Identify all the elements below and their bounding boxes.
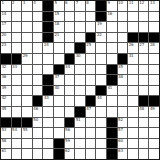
clue-number: 60 <box>118 139 123 144</box>
white-cell[interactable] <box>65 43 75 53</box>
white-cell[interactable] <box>43 118 53 128</box>
white-cell[interactable] <box>149 86 159 96</box>
clue-number: 2 <box>12 1 14 6</box>
clue-number: 28 <box>150 43 155 48</box>
black-cell <box>65 118 75 128</box>
clue-number: 18 <box>55 22 60 27</box>
white-cell[interactable] <box>33 22 43 32</box>
white-cell[interactable]: 12 <box>139 1 149 11</box>
black-cell <box>54 139 64 149</box>
white-cell[interactable] <box>75 149 85 159</box>
white-cell[interactable] <box>22 43 32 53</box>
white-cell[interactable] <box>75 128 85 138</box>
white-cell[interactable] <box>96 65 106 75</box>
white-cell[interactable] <box>75 75 85 85</box>
white-cell[interactable] <box>118 96 128 106</box>
white-cell[interactable] <box>54 107 64 117</box>
white-cell[interactable]: 23 <box>1 43 11 53</box>
white-cell[interactable] <box>22 96 32 106</box>
white-cell[interactable] <box>149 128 159 138</box>
white-cell[interactable]: 16 <box>107 12 117 22</box>
white-cell[interactable] <box>149 75 159 85</box>
white-cell[interactable] <box>107 22 117 32</box>
white-cell[interactable]: 38 <box>118 75 128 85</box>
white-cell[interactable]: 30 <box>75 54 85 64</box>
white-cell[interactable]: 58 <box>1 139 11 149</box>
white-cell[interactable] <box>96 128 106 138</box>
clue-number: 37 <box>55 75 60 80</box>
black-cell <box>1 54 11 64</box>
white-cell[interactable]: 13 <box>149 1 159 11</box>
clue-number: 52 <box>118 118 123 123</box>
clue-number: 44 <box>97 96 102 101</box>
white-cell[interactable] <box>128 118 138 128</box>
white-cell[interactable] <box>54 128 64 138</box>
white-cell[interactable] <box>43 149 53 159</box>
clue-number: 51 <box>76 118 81 123</box>
white-cell[interactable] <box>118 43 128 53</box>
black-cell <box>43 33 53 43</box>
white-cell[interactable] <box>12 96 22 106</box>
white-cell[interactable] <box>22 65 32 75</box>
white-cell[interactable] <box>12 33 22 43</box>
black-cell <box>107 118 117 128</box>
white-cell[interactable]: 59 <box>65 139 75 149</box>
clue-number: 13 <box>150 1 155 6</box>
clue-number: 6 <box>65 1 67 6</box>
white-cell[interactable] <box>149 22 159 32</box>
clue-number: 59 <box>65 139 70 144</box>
white-cell[interactable] <box>65 33 75 43</box>
white-cell[interactable]: 25 <box>86 43 96 53</box>
white-cell[interactable] <box>86 118 96 128</box>
black-cell <box>86 96 96 106</box>
clue-number: 49 <box>150 107 155 112</box>
white-cell[interactable]: 46 <box>33 107 43 117</box>
clue-number: 21 <box>55 33 60 38</box>
white-cell[interactable] <box>33 33 43 43</box>
black-cell <box>65 54 75 64</box>
white-cell[interactable]: 45 <box>1 107 11 117</box>
white-cell[interactable] <box>65 75 75 85</box>
black-cell <box>12 54 22 64</box>
clue-number: 62 <box>65 149 70 154</box>
white-cell[interactable]: 28 <box>149 43 159 53</box>
white-cell[interactable] <box>149 12 159 22</box>
white-cell[interactable]: 56 <box>65 128 75 138</box>
white-cell[interactable]: 15 <box>54 12 64 22</box>
black-cell <box>12 118 22 128</box>
white-cell[interactable] <box>139 54 149 64</box>
clue-number: 9 <box>108 1 110 6</box>
black-cell <box>96 1 106 11</box>
white-cell[interactable] <box>149 118 159 128</box>
white-cell[interactable] <box>86 75 96 85</box>
white-cell[interactable]: 61 <box>1 149 11 159</box>
white-cell[interactable]: 24 <box>43 43 53 53</box>
white-cell[interactable] <box>12 139 22 149</box>
white-cell[interactable] <box>22 22 32 32</box>
clue-number: 39 <box>2 86 7 91</box>
white-cell[interactable] <box>139 12 149 22</box>
black-cell <box>128 33 138 43</box>
white-cell[interactable] <box>118 86 128 96</box>
black-cell <box>43 12 53 22</box>
white-cell[interactable] <box>139 65 149 75</box>
white-cell[interactable] <box>128 107 138 117</box>
white-cell[interactable]: 62 <box>65 149 75 159</box>
white-cell[interactable] <box>86 65 96 75</box>
white-cell[interactable] <box>43 139 53 149</box>
white-cell[interactable] <box>43 107 53 117</box>
white-cell[interactable]: 43 <box>43 96 53 106</box>
clue-number: 63 <box>118 149 123 154</box>
white-cell[interactable]: 44 <box>96 96 106 106</box>
white-cell[interactable] <box>86 149 96 159</box>
white-cell[interactable] <box>128 96 138 106</box>
white-cell[interactable] <box>33 65 43 75</box>
white-cell[interactable] <box>54 43 64 53</box>
white-cell[interactable] <box>33 75 43 85</box>
clue-number: 38 <box>118 75 123 80</box>
white-cell[interactable] <box>139 118 149 128</box>
white-cell[interactable] <box>86 128 96 138</box>
black-cell <box>22 118 32 128</box>
white-cell[interactable]: 5 <box>54 1 64 11</box>
clue-number: 22 <box>97 33 102 38</box>
white-cell[interactable] <box>118 22 128 32</box>
white-cell[interactable]: 29 <box>22 54 32 64</box>
white-cell[interactable] <box>75 139 85 149</box>
white-cell[interactable]: 3 <box>22 1 32 11</box>
clue-number: 29 <box>23 54 28 59</box>
white-cell[interactable]: 9 <box>107 1 117 11</box>
white-cell[interactable] <box>12 75 22 85</box>
white-cell[interactable] <box>65 86 75 96</box>
black-cell <box>149 96 159 106</box>
clue-number: 46 <box>33 107 38 112</box>
white-cell[interactable]: 47 <box>86 107 96 117</box>
white-cell[interactable]: 2 <box>12 1 22 11</box>
black-cell <box>75 43 85 53</box>
clue-number: 20 <box>2 33 7 38</box>
white-cell[interactable]: 54 <box>12 128 22 138</box>
white-cell[interactable]: 32 <box>1 65 11 75</box>
clue-number: 61 <box>2 149 7 154</box>
white-cell[interactable]: 8 <box>86 1 96 11</box>
white-cell[interactable]: 1 <box>1 1 11 11</box>
clue-number: 5 <box>55 1 57 6</box>
white-cell[interactable] <box>139 75 149 85</box>
white-cell[interactable]: 48 <box>139 107 149 117</box>
white-cell[interactable] <box>33 128 43 138</box>
clue-number: 47 <box>86 107 91 112</box>
white-cell[interactable]: 10 <box>118 1 128 11</box>
white-cell[interactable]: 18 <box>54 22 64 32</box>
white-cell[interactable] <box>118 12 128 22</box>
white-cell[interactable] <box>139 139 149 149</box>
clue-number: 3 <box>23 1 25 6</box>
black-cell <box>43 1 53 11</box>
white-cell[interactable]: 27 <box>139 43 149 53</box>
clue-number: 1 <box>2 1 4 6</box>
white-cell[interactable] <box>75 96 85 106</box>
white-cell[interactable]: 39 <box>1 86 11 96</box>
white-cell[interactable] <box>139 86 149 96</box>
white-cell[interactable] <box>12 22 22 32</box>
clue-number: 58 <box>2 139 7 144</box>
white-cell[interactable] <box>96 54 106 64</box>
clue-number: 50 <box>33 118 38 123</box>
white-cell[interactable] <box>12 149 22 159</box>
clue-number: 23 <box>2 43 7 48</box>
white-cell[interactable] <box>128 86 138 96</box>
clue-number: 12 <box>139 1 144 6</box>
white-cell[interactable] <box>75 33 85 43</box>
black-cell <box>54 149 64 159</box>
white-cell[interactable] <box>33 12 43 22</box>
clue-number: 24 <box>44 43 49 48</box>
clue-number: 55 <box>23 128 28 133</box>
white-cell[interactable]: 42 <box>1 96 11 106</box>
clue-number: 57 <box>118 128 123 133</box>
clue-number: 16 <box>108 12 113 17</box>
white-cell[interactable]: 55 <box>22 128 32 138</box>
white-cell[interactable]: 34 <box>65 65 75 75</box>
white-cell[interactable] <box>12 86 22 96</box>
white-cell[interactable] <box>139 22 149 32</box>
white-cell[interactable] <box>139 149 149 159</box>
clue-number: 4 <box>33 1 35 6</box>
clue-number: 35 <box>118 65 123 70</box>
white-cell[interactable]: 6 <box>65 1 75 11</box>
clue-number: 56 <box>65 128 70 133</box>
white-cell[interactable] <box>12 12 22 22</box>
black-cell <box>86 33 96 43</box>
white-cell[interactable] <box>54 96 64 106</box>
white-cell[interactable] <box>118 33 128 43</box>
white-cell[interactable] <box>86 12 96 22</box>
white-cell[interactable]: 14 <box>1 12 11 22</box>
white-cell[interactable]: 7 <box>75 1 85 11</box>
clue-number: 42 <box>2 96 7 101</box>
white-cell[interactable] <box>65 107 75 117</box>
white-cell[interactable]: 57 <box>118 128 128 138</box>
white-cell[interactable] <box>128 149 138 159</box>
white-cell[interactable] <box>96 43 106 53</box>
white-cell[interactable]: 26 <box>128 43 138 53</box>
black-cell <box>43 75 53 85</box>
white-cell[interactable]: 19 <box>96 22 106 32</box>
white-cell[interactable] <box>86 139 96 149</box>
clue-number: 40 <box>55 86 60 91</box>
white-cell[interactable]: 31 <box>128 54 138 64</box>
white-cell[interactable] <box>107 107 117 117</box>
crossword-grid: 1234567891011121314151617181920212223242… <box>0 0 160 160</box>
white-cell[interactable] <box>86 22 96 32</box>
white-cell[interactable] <box>43 54 53 64</box>
clue-number: 8 <box>86 1 88 6</box>
white-cell[interactable] <box>33 149 43 159</box>
black-cell <box>139 33 149 43</box>
clue-number: 41 <box>108 86 113 91</box>
white-cell[interactable] <box>54 54 64 64</box>
clue-number: 54 <box>12 128 17 133</box>
white-cell[interactable] <box>75 22 85 32</box>
white-cell[interactable] <box>22 75 32 85</box>
white-cell[interactable]: 40 <box>54 86 64 96</box>
white-cell[interactable] <box>149 65 159 75</box>
white-cell[interactable] <box>128 128 138 138</box>
white-cell[interactable] <box>65 22 75 32</box>
white-cell[interactable] <box>43 128 53 138</box>
white-cell[interactable]: 11 <box>128 1 138 11</box>
white-cell[interactable] <box>12 107 22 117</box>
white-cell[interactable] <box>22 107 32 117</box>
clue-number: 15 <box>55 12 60 17</box>
white-cell[interactable]: 22 <box>96 33 106 43</box>
white-cell[interactable] <box>149 149 159 159</box>
black-cell <box>43 86 53 96</box>
black-cell <box>107 149 117 159</box>
black-cell <box>33 96 43 106</box>
white-cell[interactable]: 35 <box>118 65 128 75</box>
white-cell[interactable]: 33 <box>12 65 22 75</box>
white-cell[interactable] <box>128 75 138 85</box>
clue-number: 45 <box>2 107 7 112</box>
clue-number: 31 <box>129 54 134 59</box>
white-cell[interactable] <box>22 139 32 149</box>
white-cell[interactable] <box>33 86 43 96</box>
clue-number: 11 <box>129 1 134 6</box>
white-cell[interactable] <box>107 33 117 43</box>
white-cell[interactable] <box>75 86 85 96</box>
black-cell <box>149 33 159 43</box>
white-cell[interactable]: 49 <box>149 107 159 117</box>
white-cell[interactable] <box>43 65 53 75</box>
black-cell <box>75 107 85 117</box>
white-cell[interactable] <box>86 86 96 96</box>
black-cell <box>54 65 64 75</box>
white-cell[interactable] <box>86 54 96 64</box>
black-cell <box>96 86 106 96</box>
white-cell[interactable] <box>96 75 106 85</box>
black-cell <box>107 75 117 85</box>
white-cell[interactable] <box>22 33 32 43</box>
white-cell[interactable] <box>75 65 85 75</box>
white-cell[interactable] <box>22 86 32 96</box>
black-cell <box>118 54 128 64</box>
clue-number: 48 <box>139 107 144 112</box>
white-cell[interactable] <box>75 12 85 22</box>
clue-number: 43 <box>44 96 49 101</box>
white-cell[interactable] <box>107 96 117 106</box>
white-cell[interactable] <box>33 139 43 149</box>
black-cell <box>107 65 117 75</box>
white-cell[interactable] <box>33 54 43 64</box>
white-cell[interactable]: 60 <box>118 139 128 149</box>
clue-number: 19 <box>97 22 102 27</box>
white-cell[interactable] <box>128 139 138 149</box>
white-cell[interactable]: 53 <box>1 128 11 138</box>
white-cell[interactable]: 37 <box>54 75 64 85</box>
white-cell[interactable]: 41 <box>107 86 117 96</box>
white-cell[interactable] <box>22 12 32 22</box>
white-cell[interactable] <box>96 139 106 149</box>
black-cell <box>107 139 117 149</box>
clue-number: 34 <box>65 65 70 70</box>
white-cell[interactable] <box>128 65 138 75</box>
white-cell[interactable] <box>96 118 106 128</box>
white-cell[interactable] <box>107 43 117 53</box>
clue-number: 10 <box>118 1 123 6</box>
white-cell[interactable] <box>149 139 159 149</box>
white-cell[interactable] <box>149 54 159 64</box>
clue-number: 32 <box>2 65 7 70</box>
clue-number: 14 <box>2 12 7 17</box>
white-cell[interactable] <box>96 149 106 159</box>
clue-number: 17 <box>2 22 7 27</box>
clue-number: 27 <box>139 43 144 48</box>
white-cell[interactable]: 36 <box>1 75 11 85</box>
white-cell[interactable]: 50 <box>33 118 43 128</box>
black-cell <box>107 128 117 138</box>
white-cell[interactable]: 21 <box>54 33 64 43</box>
white-cell[interactable]: 63 <box>118 149 128 159</box>
white-cell[interactable] <box>12 43 22 53</box>
white-cell[interactable] <box>22 149 32 159</box>
white-cell[interactable]: 51 <box>75 118 85 128</box>
clue-number: 36 <box>2 75 7 80</box>
white-cell[interactable]: 4 <box>33 1 43 11</box>
black-cell <box>1 118 11 128</box>
white-cell[interactable] <box>128 12 138 22</box>
white-cell[interactable] <box>107 54 117 64</box>
clue-number: 7 <box>76 1 78 6</box>
white-cell[interactable]: 20 <box>1 33 11 43</box>
white-cell[interactable] <box>118 107 128 117</box>
clue-number: 53 <box>2 128 7 133</box>
white-cell[interactable]: 17 <box>1 22 11 32</box>
clue-number: 30 <box>76 54 81 59</box>
white-cell[interactable] <box>139 128 149 138</box>
clue-number: 26 <box>129 43 134 48</box>
white-cell[interactable] <box>65 96 75 106</box>
white-cell[interactable] <box>33 43 43 53</box>
white-cell[interactable]: 52 <box>118 118 128 128</box>
black-cell <box>139 96 149 106</box>
black-cell <box>43 22 53 32</box>
white-cell[interactable] <box>96 107 106 117</box>
white-cell[interactable] <box>54 118 64 128</box>
white-cell[interactable] <box>65 12 75 22</box>
white-cell[interactable] <box>128 22 138 32</box>
clue-number: 25 <box>86 43 91 48</box>
black-cell <box>96 12 106 22</box>
clue-number: 33 <box>12 65 17 70</box>
